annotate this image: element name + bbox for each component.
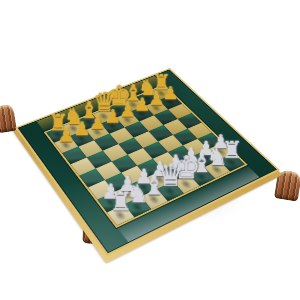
square-a5: [79, 169, 105, 188]
chessboard: ♜♟♟♜♞♟♟♞♝♟♟♝♚♟♟♚♛♟♟♛♝♟♟♝♞♟♟♞♜♟♟♜: [15, 68, 280, 256]
product-photo-chess-set: ♜♟♟♜♞♟♟♞♝♟♟♝♚♟♟♚♛♟♟♛♝♟♟♝♞♟♟♞♜♟♟♜: [0, 0, 300, 300]
board-scene: ♜♟♟♜♞♟♟♞♝♟♟♝♚♟♟♚♛♟♟♛♝♟♟♝♞♟♟♞♜♟♟♜: [0, 0, 300, 300]
